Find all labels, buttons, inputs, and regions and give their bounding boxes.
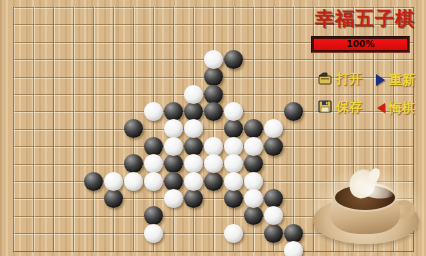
white-stone	[184, 154, 203, 173]
white-stone	[224, 102, 243, 121]
black-stone	[264, 189, 283, 208]
black-stone	[204, 102, 223, 121]
white-stone	[144, 154, 163, 173]
white-stone	[124, 172, 143, 191]
white-stone	[184, 172, 203, 191]
black-stone	[244, 206, 263, 225]
black-stone	[144, 206, 163, 225]
white-stone	[264, 206, 283, 225]
restart-label: 重新	[389, 73, 415, 86]
white-stone	[204, 50, 223, 69]
white-stone	[264, 119, 283, 138]
white-stone	[144, 224, 163, 243]
white-stone	[284, 241, 303, 256]
arrow-right-icon	[376, 74, 385, 86]
black-stone	[204, 172, 223, 191]
black-stone	[104, 189, 123, 208]
progress-fill: 100%	[314, 39, 407, 50]
open-button[interactable]: 打开	[318, 72, 362, 85]
white-stone	[244, 172, 263, 191]
undo-button[interactable]: 悔棋	[377, 101, 415, 114]
black-stone	[224, 119, 243, 138]
black-stone	[184, 137, 203, 156]
save-icon	[318, 100, 332, 113]
black-stone	[144, 137, 163, 156]
black-stone	[84, 172, 103, 191]
open-label: 打开	[336, 72, 362, 85]
white-stone	[144, 102, 163, 121]
arrow-left-icon	[377, 103, 385, 113]
open-file-icon	[318, 72, 332, 85]
white-stone	[184, 119, 203, 138]
white-stone	[104, 172, 123, 191]
app-title: 幸福五子棋	[304, 6, 426, 32]
white-stone	[164, 189, 183, 208]
black-stone	[284, 224, 303, 243]
black-stone	[164, 102, 183, 121]
black-stone	[204, 85, 223, 104]
white-stone	[224, 137, 243, 156]
black-stone	[284, 102, 303, 121]
progress-bar: 100%	[311, 36, 410, 53]
black-stone	[224, 50, 243, 69]
white-stone	[244, 137, 263, 156]
white-stone	[144, 172, 163, 191]
white-stone	[224, 154, 243, 173]
black-stone	[124, 154, 143, 173]
black-stone	[244, 119, 263, 138]
white-stone	[164, 137, 183, 156]
white-stone	[224, 172, 243, 191]
gomoku-app: 幸福五子棋 100% 打开 重新 保存 悔棋	[0, 0, 426, 256]
black-stone	[124, 119, 143, 138]
white-stone	[204, 154, 223, 173]
black-stone	[224, 189, 243, 208]
black-stone	[184, 102, 203, 121]
white-stone	[204, 137, 223, 156]
black-stone	[164, 154, 183, 173]
black-stone	[164, 172, 183, 191]
black-stone	[264, 137, 283, 156]
progress-value: 100%	[347, 40, 375, 49]
white-stone	[224, 224, 243, 243]
black-stone	[264, 224, 283, 243]
white-stone	[244, 189, 263, 208]
white-stone	[164, 119, 183, 138]
save-label: 保存	[336, 100, 362, 113]
save-button[interactable]: 保存	[318, 100, 362, 113]
black-stone	[184, 189, 203, 208]
black-stone	[244, 154, 263, 173]
undo-label: 悔棋	[389, 101, 415, 114]
black-stone	[204, 67, 223, 86]
white-stone	[184, 85, 203, 104]
restart-button[interactable]: 重新	[376, 73, 415, 86]
